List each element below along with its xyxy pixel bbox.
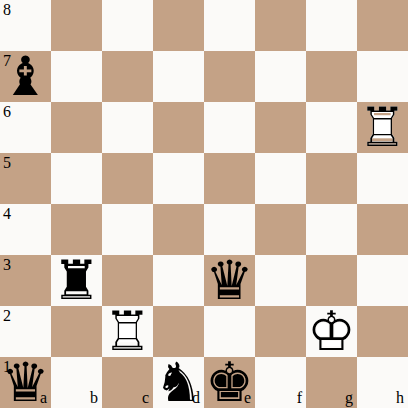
rank-label-3: 3 <box>3 257 11 273</box>
piece-black-queen[interactable]: ♛ <box>204 255 255 306</box>
square-b5[interactable] <box>51 153 102 204</box>
piece-glyph: ♔ <box>306 306 357 357</box>
square-a2[interactable]: 2 <box>0 306 51 357</box>
square-d8[interactable] <box>153 0 204 51</box>
rank-label-2: 2 <box>3 308 11 324</box>
square-a5[interactable]: 5 <box>0 153 51 204</box>
file-label-b: b <box>90 390 98 406</box>
piece-glyph: ♜ <box>51 255 102 306</box>
piece-black-bishop[interactable]: ♝ <box>0 51 51 102</box>
square-a6[interactable]: 6 <box>0 102 51 153</box>
piece-glyph: ♖ <box>102 306 153 357</box>
square-h1[interactable]: h <box>357 357 408 408</box>
square-h4[interactable] <box>357 204 408 255</box>
square-e8[interactable] <box>204 0 255 51</box>
chess-board: 87♝6♜♖543♜♛2♜♖♚♔1a♛bcd♞e♚fgh <box>0 0 408 408</box>
piece-glyph: ♛ <box>204 255 255 306</box>
file-label-h: h <box>396 390 404 406</box>
piece-white-king[interactable]: ♚♔ <box>306 306 357 357</box>
piece-glyph: ♝ <box>0 51 51 102</box>
square-b1[interactable]: b <box>51 357 102 408</box>
square-a1[interactable]: 1a♛ <box>0 357 51 408</box>
square-h8[interactable] <box>357 0 408 51</box>
piece-glyph: ♛ <box>0 357 51 408</box>
square-b4[interactable] <box>51 204 102 255</box>
square-f6[interactable] <box>255 102 306 153</box>
square-b8[interactable] <box>51 0 102 51</box>
square-g3[interactable] <box>306 255 357 306</box>
square-h6[interactable]: ♜♖ <box>357 102 408 153</box>
square-c2[interactable]: ♜♖ <box>102 306 153 357</box>
piece-black-knight[interactable]: ♞ <box>153 357 204 408</box>
square-b6[interactable] <box>51 102 102 153</box>
square-a3[interactable]: 3 <box>0 255 51 306</box>
square-g5[interactable] <box>306 153 357 204</box>
square-d7[interactable] <box>153 51 204 102</box>
square-e7[interactable] <box>204 51 255 102</box>
square-c3[interactable] <box>102 255 153 306</box>
square-e4[interactable] <box>204 204 255 255</box>
piece-black-queen[interactable]: ♛ <box>0 357 51 408</box>
square-e1[interactable]: e♚ <box>204 357 255 408</box>
square-f3[interactable] <box>255 255 306 306</box>
file-label-g: g <box>345 390 353 406</box>
square-h7[interactable] <box>357 51 408 102</box>
piece-black-rook[interactable]: ♜ <box>51 255 102 306</box>
square-h2[interactable] <box>357 306 408 357</box>
square-f4[interactable] <box>255 204 306 255</box>
square-d3[interactable] <box>153 255 204 306</box>
square-g7[interactable] <box>306 51 357 102</box>
square-f8[interactable] <box>255 0 306 51</box>
square-f2[interactable] <box>255 306 306 357</box>
square-b7[interactable] <box>51 51 102 102</box>
square-g1[interactable]: g <box>306 357 357 408</box>
square-f5[interactable] <box>255 153 306 204</box>
square-e3[interactable]: ♛ <box>204 255 255 306</box>
square-f1[interactable]: f <box>255 357 306 408</box>
square-d4[interactable] <box>153 204 204 255</box>
square-a4[interactable]: 4 <box>0 204 51 255</box>
rank-label-5: 5 <box>3 155 11 171</box>
square-d5[interactable] <box>153 153 204 204</box>
piece-glyph: ♚ <box>204 357 255 408</box>
square-a8[interactable]: 8 <box>0 0 51 51</box>
chess-board-wrapper: 87♝6♜♖543♜♛2♜♖♚♔1a♛bcd♞e♚fgh <box>0 0 408 408</box>
piece-glyph: ♞ <box>153 357 204 408</box>
square-g2[interactable]: ♚♔ <box>306 306 357 357</box>
square-a7[interactable]: 7♝ <box>0 51 51 102</box>
square-d6[interactable] <box>153 102 204 153</box>
piece-black-king[interactable]: ♚ <box>204 357 255 408</box>
rank-label-8: 8 <box>3 2 11 18</box>
square-f7[interactable] <box>255 51 306 102</box>
square-c8[interactable] <box>102 0 153 51</box>
file-label-c: c <box>142 390 149 406</box>
piece-glyph: ♖ <box>357 102 408 153</box>
square-c7[interactable] <box>102 51 153 102</box>
square-c6[interactable] <box>102 102 153 153</box>
square-e6[interactable] <box>204 102 255 153</box>
square-b3[interactable]: ♜ <box>51 255 102 306</box>
square-h3[interactable] <box>357 255 408 306</box>
square-g8[interactable] <box>306 0 357 51</box>
square-g6[interactable] <box>306 102 357 153</box>
rank-label-4: 4 <box>3 206 11 222</box>
square-g4[interactable] <box>306 204 357 255</box>
piece-white-rook[interactable]: ♜♖ <box>102 306 153 357</box>
square-c5[interactable] <box>102 153 153 204</box>
square-d2[interactable] <box>153 306 204 357</box>
square-e5[interactable] <box>204 153 255 204</box>
square-c4[interactable] <box>102 204 153 255</box>
square-c1[interactable]: c <box>102 357 153 408</box>
square-h5[interactable] <box>357 153 408 204</box>
piece-white-rook[interactable]: ♜♖ <box>357 102 408 153</box>
square-b2[interactable] <box>51 306 102 357</box>
square-d1[interactable]: d♞ <box>153 357 204 408</box>
file-label-f: f <box>297 390 302 406</box>
square-e2[interactable] <box>204 306 255 357</box>
